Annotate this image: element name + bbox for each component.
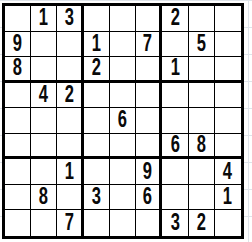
given-digit: 9 <box>143 160 152 184</box>
cell-r1c9[interactable] <box>215 6 241 32</box>
cell-r3c6[interactable] <box>136 57 162 83</box>
cell-r5c5[interactable]: 6 <box>110 108 136 134</box>
cell-r9c1[interactable] <box>5 210 31 236</box>
given-digit: 9 <box>13 32 22 56</box>
cell-r1c6[interactable] <box>136 6 162 32</box>
cell-r9c8[interactable]: 2 <box>189 210 215 236</box>
cell-r5c8[interactable] <box>189 108 215 134</box>
cell-r8c9[interactable]: 1 <box>215 185 241 211</box>
cell-r8c4[interactable]: 3 <box>84 185 110 211</box>
cell-r7c4[interactable] <box>84 159 110 185</box>
cell-r7c3[interactable]: 1 <box>57 159 83 185</box>
cell-r4c5[interactable] <box>110 83 136 109</box>
cell-r9c9[interactable] <box>215 210 241 236</box>
cell-r6c8[interactable]: 8 <box>189 134 215 160</box>
given-digit: 2 <box>92 57 101 80</box>
cell-r2c9[interactable] <box>215 32 241 58</box>
cell-r6c9[interactable] <box>215 134 241 160</box>
given-digit: 1 <box>92 32 101 56</box>
cell-r2c1[interactable]: 9 <box>5 32 31 58</box>
cell-r5c1[interactable] <box>5 108 31 134</box>
cell-r8c6[interactable]: 6 <box>136 185 162 211</box>
cell-r8c5[interactable] <box>110 185 136 211</box>
cell-r1c7[interactable]: 2 <box>162 6 188 32</box>
given-digit: 1 <box>223 185 232 209</box>
cell-r3c2[interactable] <box>31 57 57 83</box>
sudoku-board: 1329175821426681948361732 <box>2 3 244 239</box>
cell-r5c3[interactable] <box>57 108 83 134</box>
cell-r7c5[interactable] <box>110 159 136 185</box>
given-digit: 3 <box>92 185 101 209</box>
cell-r3c4[interactable]: 2 <box>84 57 110 83</box>
cell-r6c5[interactable] <box>110 134 136 160</box>
given-digit: 3 <box>64 6 73 30</box>
given-digit: 6 <box>143 185 152 209</box>
cell-r9c3[interactable]: 7 <box>57 210 83 236</box>
cell-r4c4[interactable] <box>84 83 110 109</box>
cell-r4c3[interactable]: 2 <box>57 83 83 109</box>
given-digit: 2 <box>197 211 206 235</box>
cell-r3c9[interactable] <box>215 57 241 83</box>
cell-r4c7[interactable] <box>162 83 188 109</box>
cell-r1c1[interactable] <box>5 6 31 32</box>
cell-r7c1[interactable] <box>5 159 31 185</box>
cell-r8c7[interactable] <box>162 185 188 211</box>
cell-r1c4[interactable] <box>84 6 110 32</box>
cell-r7c2[interactable] <box>31 159 57 185</box>
cell-r6c2[interactable] <box>31 134 57 160</box>
cell-r5c2[interactable] <box>31 108 57 134</box>
given-digit: 8 <box>13 57 22 80</box>
cell-r2c8[interactable]: 5 <box>189 32 215 58</box>
cell-r4c9[interactable] <box>215 83 241 109</box>
cell-r4c6[interactable] <box>136 83 162 109</box>
cell-r9c4[interactable] <box>84 210 110 236</box>
cell-r5c4[interactable] <box>84 108 110 134</box>
cell-r4c1[interactable] <box>5 83 31 109</box>
cell-r9c6[interactable] <box>136 210 162 236</box>
given-digit: 4 <box>223 160 232 184</box>
cell-r8c8[interactable] <box>189 185 215 211</box>
cell-r9c5[interactable] <box>110 210 136 236</box>
cell-r3c5[interactable] <box>110 57 136 83</box>
cell-r7c9[interactable]: 4 <box>215 159 241 185</box>
given-digit: 1 <box>64 160 73 184</box>
cell-r8c2[interactable]: 8 <box>31 185 57 211</box>
cell-r2c4[interactable]: 1 <box>84 32 110 58</box>
given-digit: 6 <box>118 108 127 132</box>
cell-r4c8[interactable] <box>189 83 215 109</box>
cell-r2c5[interactable] <box>110 32 136 58</box>
given-digit: 7 <box>143 32 152 56</box>
cell-r6c3[interactable] <box>57 134 83 160</box>
cell-r6c1[interactable] <box>5 134 31 160</box>
cell-r1c2[interactable]: 1 <box>31 6 57 32</box>
cell-r8c1[interactable] <box>5 185 31 211</box>
cell-r7c6[interactable]: 9 <box>136 159 162 185</box>
given-digit: 3 <box>170 211 179 235</box>
cell-r3c3[interactable] <box>57 57 83 83</box>
cell-r1c8[interactable] <box>189 6 215 32</box>
given-digit: 1 <box>39 6 48 30</box>
cell-r7c8[interactable] <box>189 159 215 185</box>
given-digit: 2 <box>170 6 179 30</box>
given-digit: 5 <box>197 32 206 56</box>
cell-r5c6[interactable] <box>136 108 162 134</box>
given-digit: 8 <box>197 134 206 157</box>
given-digit: 6 <box>170 134 179 157</box>
given-digit: 4 <box>39 83 48 107</box>
cell-r2c6[interactable]: 7 <box>136 32 162 58</box>
cell-r5c9[interactable] <box>215 108 241 134</box>
cell-r2c2[interactable] <box>31 32 57 58</box>
cell-r7c7[interactable] <box>162 159 188 185</box>
cell-r8c3[interactable] <box>57 185 83 211</box>
cell-r6c6[interactable] <box>136 134 162 160</box>
cell-r5c7[interactable] <box>162 108 188 134</box>
cell-r3c7[interactable]: 1 <box>162 57 188 83</box>
cell-r3c1[interactable]: 8 <box>5 57 31 83</box>
cell-r6c7[interactable]: 6 <box>162 134 188 160</box>
given-digit: 1 <box>170 57 179 80</box>
cell-r9c7[interactable]: 3 <box>162 210 188 236</box>
given-digit: 8 <box>39 185 48 209</box>
cell-r2c7[interactable] <box>162 32 188 58</box>
cell-r9c2[interactable] <box>31 210 57 236</box>
cell-r1c5[interactable] <box>110 6 136 32</box>
cell-r6c4[interactable] <box>84 134 110 160</box>
cell-r3c8[interactable] <box>189 57 215 83</box>
cell-r2c3[interactable] <box>57 32 83 58</box>
given-digit: 2 <box>64 83 73 107</box>
cell-r4c2[interactable]: 4 <box>31 83 57 109</box>
given-digit: 7 <box>64 211 73 235</box>
cell-r1c3[interactable]: 3 <box>57 6 83 32</box>
